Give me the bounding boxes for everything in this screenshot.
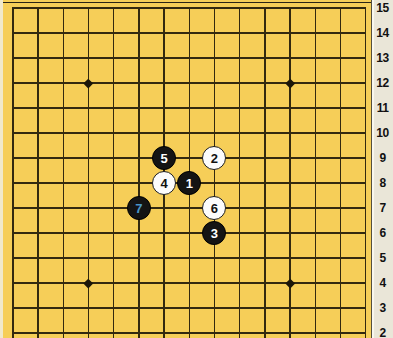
- intersection[interactable]: [252, 46, 277, 71]
- intersection[interactable]: [177, 46, 202, 71]
- intersection[interactable]: [328, 296, 353, 321]
- intersection[interactable]: [227, 271, 252, 296]
- intersection[interactable]: [303, 296, 328, 321]
- intersection[interactable]: [277, 271, 302, 296]
- intersection[interactable]: [277, 321, 302, 338]
- intersection[interactable]: [76, 221, 101, 246]
- intersection[interactable]: [0, 321, 25, 338]
- row-label-6: 6: [372, 221, 393, 246]
- intersection[interactable]: [76, 21, 101, 46]
- intersection[interactable]: [303, 321, 328, 338]
- intersection[interactable]: [303, 271, 328, 296]
- intersection[interactable]: [76, 246, 101, 271]
- intersection[interactable]: [353, 46, 371, 71]
- intersection[interactable]: [101, 96, 126, 121]
- intersection[interactable]: [202, 71, 227, 96]
- star-point: [285, 278, 294, 287]
- intersection[interactable]: [152, 271, 177, 296]
- intersection[interactable]: [277, 46, 302, 71]
- intersection[interactable]: [76, 271, 101, 296]
- intersection[interactable]: [26, 271, 51, 296]
- intersection[interactable]: [252, 321, 277, 338]
- intersection[interactable]: [252, 196, 277, 221]
- intersection[interactable]: [101, 121, 126, 146]
- intersection[interactable]: [26, 321, 51, 338]
- intersection[interactable]: [177, 271, 202, 296]
- intersection[interactable]: [227, 321, 252, 338]
- intersection[interactable]: [303, 71, 328, 96]
- intersection[interactable]: [277, 296, 302, 321]
- intersection[interactable]: [26, 121, 51, 146]
- intersection[interactable]: [152, 221, 177, 246]
- star-point: [285, 78, 294, 87]
- intersection[interactable]: [177, 71, 202, 96]
- intersection[interactable]: [26, 21, 51, 46]
- intersection[interactable]: [202, 46, 227, 71]
- intersection[interactable]: [277, 196, 302, 221]
- intersection[interactable]: [76, 46, 101, 71]
- intersection[interactable]: [227, 21, 252, 46]
- row-label-7: 7: [372, 196, 393, 221]
- intersection[interactable]: [277, 121, 302, 146]
- intersection[interactable]: [328, 121, 353, 146]
- intersection[interactable]: [0, 271, 25, 296]
- intersection[interactable]: [353, 321, 371, 338]
- intersection[interactable]: [353, 296, 371, 321]
- intersection[interactable]: [353, 196, 371, 221]
- intersection[interactable]: [76, 121, 101, 146]
- intersection[interactable]: [51, 221, 76, 246]
- intersection[interactable]: [126, 321, 151, 338]
- intersection[interactable]: [126, 71, 151, 96]
- intersection[interactable]: [227, 246, 252, 271]
- intersection[interactable]: [252, 146, 277, 171]
- intersection[interactable]: [202, 321, 227, 338]
- intersection[interactable]: [101, 46, 126, 71]
- intersection[interactable]: [0, 196, 25, 221]
- intersection[interactable]: [303, 96, 328, 121]
- last-move-black-stone-7[interactable]: 7: [127, 196, 151, 220]
- intersection[interactable]: [177, 221, 202, 246]
- intersection[interactable]: 2: [202, 146, 227, 171]
- intersection[interactable]: [328, 221, 353, 246]
- intersection[interactable]: [152, 246, 177, 271]
- black-stone-5[interactable]: 5: [152, 146, 176, 170]
- row-label-14: 14: [372, 21, 393, 46]
- intersection[interactable]: [26, 246, 51, 271]
- intersection[interactable]: [26, 146, 51, 171]
- intersection[interactable]: [328, 146, 353, 171]
- intersection[interactable]: [202, 171, 227, 196]
- white-stone-6[interactable]: 6: [202, 196, 226, 220]
- intersection[interactable]: [51, 146, 76, 171]
- intersection[interactable]: [353, 96, 371, 121]
- intersection[interactable]: [26, 221, 51, 246]
- intersection[interactable]: [101, 171, 126, 196]
- intersection[interactable]: [252, 221, 277, 246]
- intersection[interactable]: [277, 246, 302, 271]
- intersection[interactable]: [177, 146, 202, 171]
- go-board[interactable]: 5241763: [0, 0, 371, 338]
- intersection[interactable]: [126, 146, 151, 171]
- intersection[interactable]: [26, 196, 51, 221]
- intersection[interactable]: [227, 221, 252, 246]
- intersection[interactable]: [51, 271, 76, 296]
- intersection[interactable]: [152, 46, 177, 71]
- intersection[interactable]: [126, 121, 151, 146]
- intersection[interactable]: [177, 246, 202, 271]
- intersection[interactable]: [126, 46, 151, 71]
- intersection[interactable]: [126, 296, 151, 321]
- row-label-12: 12: [372, 71, 393, 96]
- row-label-3: 3: [372, 296, 393, 321]
- black-stone-3[interactable]: 3: [202, 221, 226, 245]
- row-label-4: 4: [372, 271, 393, 296]
- intersection[interactable]: [328, 196, 353, 221]
- intersection[interactable]: [252, 21, 277, 46]
- intersection[interactable]: [101, 221, 126, 246]
- intersection[interactable]: [76, 321, 101, 338]
- intersection[interactable]: [51, 96, 76, 121]
- intersection[interactable]: [227, 171, 252, 196]
- intersection[interactable]: [26, 96, 51, 121]
- intersection[interactable]: [353, 21, 371, 46]
- intersection[interactable]: [227, 146, 252, 171]
- intersection[interactable]: [126, 271, 151, 296]
- intersection[interactable]: [303, 146, 328, 171]
- intersection[interactable]: [0, 96, 25, 121]
- intersection[interactable]: [76, 196, 101, 221]
- intersection[interactable]: [76, 296, 101, 321]
- intersection[interactable]: [101, 296, 126, 321]
- intersection[interactable]: [152, 321, 177, 338]
- intersection[interactable]: [328, 321, 353, 338]
- intersection[interactable]: [227, 71, 252, 96]
- intersection[interactable]: 7: [126, 196, 151, 221]
- intersection[interactable]: [126, 246, 151, 271]
- row-label-5: 5: [372, 246, 393, 271]
- intersection[interactable]: 3: [202, 221, 227, 246]
- white-stone-4[interactable]: 4: [152, 171, 176, 195]
- intersection[interactable]: [303, 46, 328, 71]
- intersection[interactable]: [252, 296, 277, 321]
- intersection[interactable]: [202, 246, 227, 271]
- intersection[interactable]: [328, 96, 353, 121]
- row-label-10: 10: [372, 121, 393, 146]
- intersection[interactable]: [202, 96, 227, 121]
- intersection[interactable]: [51, 71, 76, 96]
- intersection[interactable]: [126, 21, 151, 46]
- intersection[interactable]: [177, 196, 202, 221]
- intersection[interactable]: [353, 271, 371, 296]
- intersection[interactable]: [328, 171, 353, 196]
- intersection[interactable]: [152, 121, 177, 146]
- intersection[interactable]: [202, 296, 227, 321]
- intersection[interactable]: [0, 296, 25, 321]
- intersection[interactable]: [328, 246, 353, 271]
- intersection[interactable]: [353, 71, 371, 96]
- star-point: [84, 278, 93, 287]
- intersection[interactable]: [252, 171, 277, 196]
- intersection[interactable]: [328, 46, 353, 71]
- intersection[interactable]: [353, 171, 371, 196]
- board-area: 5241763: [0, 0, 371, 338]
- intersection[interactable]: [353, 246, 371, 271]
- intersection[interactable]: [76, 146, 101, 171]
- intersection[interactable]: [252, 71, 277, 96]
- intersection[interactable]: [101, 71, 126, 96]
- intersection[interactable]: [0, 221, 25, 246]
- intersection[interactable]: 5: [152, 146, 177, 171]
- intersection[interactable]: [303, 121, 328, 146]
- intersection[interactable]: [303, 221, 328, 246]
- intersection[interactable]: [328, 21, 353, 46]
- intersection[interactable]: [0, 71, 25, 96]
- intersection[interactable]: [252, 246, 277, 271]
- intersection[interactable]: [303, 246, 328, 271]
- intersection[interactable]: [51, 321, 76, 338]
- row-label-8: 8: [372, 171, 393, 196]
- intersection[interactable]: [277, 146, 302, 171]
- go-board-panel: 5241763 15141312111098765432: [0, 0, 393, 338]
- row-coordinate-strip: 15141312111098765432: [371, 0, 393, 338]
- panel-top-border: [3, 2, 371, 3]
- intersection[interactable]: [303, 196, 328, 221]
- intersection[interactable]: [353, 121, 371, 146]
- intersection[interactable]: [51, 21, 76, 46]
- intersection[interactable]: [202, 121, 227, 146]
- intersection[interactable]: [152, 296, 177, 321]
- intersection[interactable]: [51, 196, 76, 221]
- intersection[interactable]: [152, 196, 177, 221]
- black-stone-1[interactable]: 1: [177, 171, 201, 195]
- intersection[interactable]: [177, 121, 202, 146]
- intersection[interactable]: [252, 96, 277, 121]
- intersection[interactable]: [0, 121, 25, 146]
- intersection[interactable]: [252, 271, 277, 296]
- intersection[interactable]: 6: [202, 196, 227, 221]
- intersection[interactable]: [152, 21, 177, 46]
- intersection[interactable]: [0, 21, 25, 46]
- intersection[interactable]: [0, 46, 25, 71]
- intersection[interactable]: [277, 221, 302, 246]
- intersection[interactable]: [353, 146, 371, 171]
- intersection[interactable]: [227, 46, 252, 71]
- intersection[interactable]: [26, 46, 51, 71]
- intersection[interactable]: [277, 96, 302, 121]
- intersection[interactable]: [126, 221, 151, 246]
- row-label-15: 15: [372, 0, 393, 21]
- intersection[interactable]: [227, 96, 252, 121]
- star-point: [84, 78, 93, 87]
- white-stone-2[interactable]: 2: [202, 146, 226, 170]
- intersection[interactable]: [101, 21, 126, 46]
- intersection[interactable]: [227, 296, 252, 321]
- intersection[interactable]: [252, 121, 277, 146]
- intersection[interactable]: [0, 146, 25, 171]
- intersection[interactable]: [353, 221, 371, 246]
- intersection[interactable]: [202, 271, 227, 296]
- intersection[interactable]: [303, 171, 328, 196]
- intersection[interactable]: [51, 121, 76, 146]
- intersection[interactable]: [0, 171, 25, 196]
- intersection[interactable]: [277, 171, 302, 196]
- intersection[interactable]: [76, 96, 101, 121]
- intersection[interactable]: [227, 196, 252, 221]
- intersection[interactable]: [126, 96, 151, 121]
- row-label-2: 2: [372, 321, 393, 338]
- intersection[interactable]: [328, 271, 353, 296]
- intersection[interactable]: 1: [177, 171, 202, 196]
- intersection[interactable]: [101, 246, 126, 271]
- intersection[interactable]: [101, 146, 126, 171]
- intersection[interactable]: [51, 171, 76, 196]
- intersection[interactable]: [76, 171, 101, 196]
- intersection[interactable]: [51, 246, 76, 271]
- intersection[interactable]: [303, 21, 328, 46]
- row-label-9: 9: [372, 146, 393, 171]
- intersection[interactable]: [76, 71, 101, 96]
- intersection[interactable]: [101, 196, 126, 221]
- intersection[interactable]: [202, 21, 227, 46]
- panel-left-edge: [0, 0, 3, 338]
- intersection[interactable]: [177, 96, 202, 121]
- row-coordinates: 15141312111098765432: [372, 0, 393, 338]
- intersection[interactable]: [26, 71, 51, 96]
- row-label-11: 11: [372, 96, 393, 121]
- intersection[interactable]: [328, 71, 353, 96]
- intersection[interactable]: [51, 46, 76, 71]
- intersection[interactable]: [177, 21, 202, 46]
- intersection[interactable]: [152, 71, 177, 96]
- intersection[interactable]: [277, 71, 302, 96]
- intersection[interactable]: [101, 321, 126, 338]
- intersection[interactable]: [51, 296, 76, 321]
- intersection[interactable]: [26, 296, 51, 321]
- row-label-13: 13: [372, 46, 393, 71]
- intersection[interactable]: [177, 296, 202, 321]
- intersection[interactable]: [152, 96, 177, 121]
- intersection[interactable]: [0, 246, 25, 271]
- intersection[interactable]: [101, 271, 126, 296]
- intersection[interactable]: [227, 121, 252, 146]
- intersection[interactable]: [277, 21, 302, 46]
- intersection[interactable]: [26, 171, 51, 196]
- intersection[interactable]: 4: [152, 171, 177, 196]
- intersection[interactable]: [177, 321, 202, 338]
- intersection[interactable]: [126, 171, 151, 196]
